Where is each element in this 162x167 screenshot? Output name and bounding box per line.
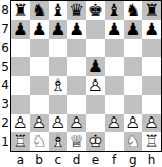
square-c2[interactable]: ♟♙ — [49, 114, 68, 133]
square-f2[interactable]: ♟♙ — [105, 114, 124, 133]
piece-outline-glyph: ♕ — [67, 132, 86, 151]
square-g1[interactable]: ♞♘ — [124, 132, 143, 151]
piece-outline-glyph: ♙ — [49, 114, 68, 133]
white-pawn-d2[interactable]: ♟♙ — [67, 114, 86, 133]
black-pawn-b7[interactable]: ♟ — [30, 20, 49, 39]
piece-outline-glyph: ♙ — [86, 76, 105, 95]
piece-outline-glyph: ♖ — [142, 132, 161, 151]
chess-board-diagram: 87654321 ♜♞♝♛♚♝♞♜♟♟♟♟♟♟♟♟♝♗♟♙♟♙♟♙♟♙♟♙♟♙♟… — [0, 0, 162, 167]
file-label-f: f — [105, 152, 124, 167]
square-a1[interactable]: ♜♖ — [11, 132, 30, 151]
square-a3[interactable] — [11, 95, 30, 114]
square-h7[interactable]: ♟ — [142, 20, 161, 39]
white-king-e1[interactable]: ♚♔ — [86, 132, 105, 151]
piece-outline-glyph: ♙ — [30, 114, 49, 133]
black-pawn-a7[interactable]: ♟ — [11, 20, 30, 39]
piece-outline-glyph: ♘ — [30, 132, 49, 151]
file-label-c: c — [49, 152, 68, 167]
white-pawn-h2[interactable]: ♟♙ — [142, 114, 161, 133]
black-knight-g8[interactable]: ♞ — [124, 1, 143, 20]
rank-labels: 87654321 — [0, 0, 10, 152]
piece-glyph: ♝ — [105, 1, 124, 20]
piece-glyph: ♟ — [105, 20, 124, 39]
square-d8[interactable]: ♛ — [67, 1, 86, 20]
piece-outline-glyph: ♗ — [49, 76, 68, 95]
white-bishop-c1[interactable]: ♝♗ — [49, 132, 68, 151]
black-king-e8[interactable]: ♚ — [86, 1, 105, 20]
white-knight-g1[interactable]: ♞♘ — [124, 132, 143, 151]
piece-glyph: ♟ — [11, 20, 30, 39]
file-labels: abcdefgh — [10, 152, 162, 167]
file-label-h: h — [142, 152, 161, 167]
square-b6[interactable] — [30, 39, 49, 58]
square-f7[interactable]: ♟ — [105, 20, 124, 39]
square-a8[interactable]: ♜ — [11, 1, 30, 20]
piece-glyph: ♟ — [30, 20, 49, 39]
piece-glyph: ♟ — [49, 20, 68, 39]
piece-outline-glyph: ♙ — [11, 114, 30, 133]
square-b5[interactable] — [30, 57, 49, 76]
square-a4[interactable] — [11, 76, 30, 95]
rank-label-6: 6 — [0, 39, 10, 58]
black-pawn-e5[interactable]: ♟ — [86, 57, 105, 76]
black-pawn-d7[interactable]: ♟ — [67, 20, 86, 39]
white-pawn-c2[interactable]: ♟♙ — [49, 114, 68, 133]
piece-outline-glyph: ♘ — [124, 132, 143, 151]
rank-label-5: 5 — [0, 57, 10, 76]
square-c8[interactable]: ♝ — [49, 1, 68, 20]
white-pawn-g2[interactable]: ♟♙ — [124, 114, 143, 133]
black-queen-d8[interactable]: ♛ — [67, 1, 86, 20]
black-pawn-c7[interactable]: ♟ — [49, 20, 68, 39]
piece-outline-glyph: ♙ — [105, 114, 124, 133]
rank-label-4: 4 — [0, 76, 10, 95]
square-d5[interactable] — [67, 57, 86, 76]
white-knight-b1[interactable]: ♞♘ — [30, 132, 49, 151]
piece-glyph: ♜ — [142, 1, 161, 20]
square-a6[interactable] — [11, 39, 30, 58]
square-g8[interactable]: ♞ — [124, 1, 143, 20]
square-h5[interactable] — [142, 57, 161, 76]
square-d7[interactable]: ♟ — [67, 20, 86, 39]
square-d1[interactable]: ♛♕ — [67, 132, 86, 151]
square-h2[interactable]: ♟♙ — [142, 114, 161, 133]
piece-glyph: ♝ — [49, 1, 68, 20]
square-c1[interactable]: ♝♗ — [49, 132, 68, 151]
black-pawn-g7[interactable]: ♟ — [124, 20, 143, 39]
square-h4[interactable] — [142, 76, 161, 95]
square-d2[interactable]: ♟♙ — [67, 114, 86, 133]
piece-outline-glyph: ♖ — [11, 132, 30, 151]
piece-glyph: ♛ — [67, 1, 86, 20]
white-queen-d1[interactable]: ♛♕ — [67, 132, 86, 151]
square-a5[interactable] — [11, 57, 30, 76]
file-label-d: d — [67, 152, 86, 167]
square-a2[interactable]: ♟♙ — [11, 114, 30, 133]
square-h1[interactable]: ♜♖ — [142, 132, 161, 151]
white-rook-a1[interactable]: ♜♖ — [11, 132, 30, 151]
file-label-a: a — [11, 152, 30, 167]
white-pawn-f2[interactable]: ♟♙ — [105, 114, 124, 133]
square-f3[interactable] — [105, 95, 124, 114]
piece-outline-glyph: ♔ — [86, 132, 105, 151]
square-f5[interactable] — [105, 57, 124, 76]
white-pawn-e4[interactable]: ♟♙ — [86, 76, 105, 95]
rank-label-3: 3 — [0, 95, 10, 114]
white-rook-h1[interactable]: ♜♖ — [142, 132, 161, 151]
square-f4[interactable] — [105, 76, 124, 95]
black-bishop-c8[interactable]: ♝ — [49, 1, 68, 20]
black-bishop-f8[interactable]: ♝ — [105, 1, 124, 20]
square-d4[interactable] — [67, 76, 86, 95]
black-pawn-f7[interactable]: ♟ — [105, 20, 124, 39]
square-g6[interactable] — [124, 39, 143, 58]
piece-outline-glyph: ♗ — [49, 132, 68, 151]
black-pawn-h7[interactable]: ♟ — [142, 20, 161, 39]
file-label-e: e — [86, 152, 105, 167]
square-g4[interactable] — [124, 76, 143, 95]
piece-outline-glyph: ♙ — [142, 114, 161, 133]
square-b7[interactable]: ♟ — [30, 20, 49, 39]
piece-outline-glyph: ♙ — [124, 114, 143, 133]
corner-spacer — [0, 152, 10, 167]
white-pawn-a2[interactable]: ♟♙ — [11, 114, 30, 133]
piece-outline-glyph: ♙ — [67, 114, 86, 133]
chess-board: ♜♞♝♛♚♝♞♜♟♟♟♟♟♟♟♟♝♗♟♙♟♙♟♙♟♙♟♙♟♙♟♙♟♙♜♖♞♘♝♗… — [10, 0, 162, 152]
square-b8[interactable]: ♞ — [30, 1, 49, 20]
piece-glyph: ♟ — [124, 20, 143, 39]
square-h6[interactable] — [142, 39, 161, 58]
square-b2[interactable]: ♟♙ — [30, 114, 49, 133]
square-c3[interactable] — [49, 95, 68, 114]
square-c5[interactable] — [49, 57, 68, 76]
rank-label-8: 8 — [0, 1, 10, 20]
black-rook-a8[interactable]: ♜ — [11, 1, 30, 20]
square-f6[interactable] — [105, 39, 124, 58]
square-b1[interactable]: ♞♘ — [30, 132, 49, 151]
square-c7[interactable]: ♟ — [49, 20, 68, 39]
square-d3[interactable] — [67, 95, 86, 114]
square-e6[interactable] — [86, 39, 105, 58]
square-a7[interactable]: ♟ — [11, 20, 30, 39]
square-g2[interactable]: ♟♙ — [124, 114, 143, 133]
square-e5[interactable]: ♟ — [86, 57, 105, 76]
square-e7[interactable] — [86, 20, 105, 39]
rank-label-1: 1 — [0, 132, 10, 151]
piece-glyph: ♜ — [11, 1, 30, 20]
square-h3[interactable] — [142, 95, 161, 114]
square-e4[interactable]: ♟♙ — [86, 76, 105, 95]
black-knight-b8[interactable]: ♞ — [30, 1, 49, 20]
square-b3[interactable] — [30, 95, 49, 114]
white-pawn-b2[interactable]: ♟♙ — [30, 114, 49, 133]
square-c6[interactable] — [49, 39, 68, 58]
file-label-g: g — [124, 152, 143, 167]
piece-glyph: ♞ — [124, 1, 143, 20]
square-d6[interactable] — [67, 39, 86, 58]
square-c4[interactable]: ♝♗ — [49, 76, 68, 95]
square-e2[interactable] — [86, 114, 105, 133]
square-g3[interactable] — [124, 95, 143, 114]
piece-glyph: ♟ — [142, 20, 161, 39]
square-f8[interactable]: ♝ — [105, 1, 124, 20]
file-label-b: b — [30, 152, 49, 167]
square-h8[interactable]: ♜ — [142, 1, 161, 20]
square-e8[interactable]: ♚ — [86, 1, 105, 20]
white-bishop-c4[interactable]: ♝♗ — [49, 76, 68, 95]
black-rook-h8[interactable]: ♜ — [142, 1, 161, 20]
piece-glyph: ♟ — [67, 20, 86, 39]
square-g7[interactable]: ♟ — [124, 20, 143, 39]
piece-glyph: ♚ — [86, 1, 105, 20]
rank-label-2: 2 — [0, 114, 10, 133]
rank-label-7: 7 — [0, 20, 10, 39]
square-g5[interactable] — [124, 57, 143, 76]
square-e1[interactable]: ♚♔ — [86, 132, 105, 151]
piece-glyph: ♞ — [30, 1, 49, 20]
square-e3[interactable] — [86, 95, 105, 114]
piece-glyph: ♟ — [86, 57, 105, 76]
square-b4[interactable] — [30, 76, 49, 95]
square-f1[interactable] — [105, 132, 124, 151]
